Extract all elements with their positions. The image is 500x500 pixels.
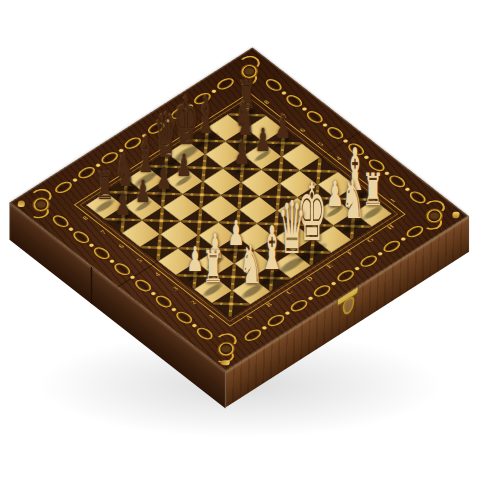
chain-joint [280,91,287,96]
chain-joint [150,291,157,296]
chain-joint [301,107,308,112]
chain-joint [284,310,291,315]
chain-joint [261,325,268,330]
black-rook-a8[interactable]: ♜ [96,168,114,205]
white-knight-g1[interactable]: ♞ [341,173,365,226]
chain-joint [353,266,360,271]
white-pawn-a3[interactable]: ♟ [187,241,204,275]
chain-joint [71,177,78,182]
chess-set-photo: 8765432187654321ABCDEFGH ♜♞♝♛♚♝♜♟♟♟♟♞♟♟♟… [0,0,500,500]
chain-joint [67,227,74,232]
black-pawn-c7[interactable]: ♟ [156,163,171,194]
chain-joint [404,187,411,192]
black-pawn-h6[interactable]: ♟ [275,111,291,143]
chain-joint [321,123,328,128]
chain-joint [108,259,115,264]
white-rook-a2[interactable]: ♜ [203,246,224,290]
black-queen-d8[interactable]: ♛ [154,106,178,167]
chain-joint [400,237,407,242]
black-pawn-f6[interactable]: ♟ [234,137,250,169]
chain-joint [376,251,383,256]
black-pawn-a7[interactable]: ♟ [115,189,130,220]
black-bishop-f8[interactable]: ♝ [196,90,217,140]
fold-seam-side [91,266,93,304]
chain-joint [330,281,337,286]
white-bishop-c1[interactable]: ♝ [259,218,284,278]
white-knight-b1[interactable]: ♞ [240,238,264,291]
black-pawn-b7[interactable]: ♟ [136,176,151,207]
white-rook-h1[interactable]: ♜ [362,168,384,213]
chain-joint [88,243,95,248]
chain-joint [191,323,198,328]
chain-joint [170,307,177,312]
chain-joint [307,296,314,301]
chain-joint [129,275,136,280]
black-pawn-g6[interactable]: ♟ [255,124,271,156]
black-pawn-d7[interactable]: ♟ [176,150,191,181]
